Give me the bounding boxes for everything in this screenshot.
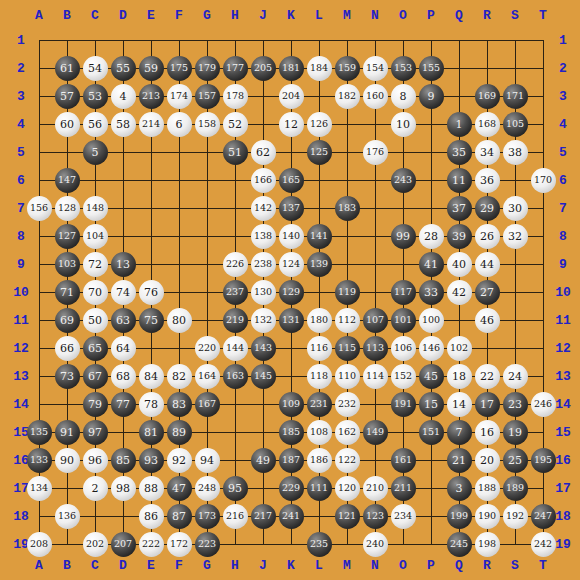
stone-B13[interactable]: 73 (55, 364, 80, 389)
stone-K17[interactable]: 229 (279, 476, 304, 501)
stone-O18[interactable]: 234 (391, 504, 416, 529)
stone-T18[interactable]: 247 (531, 504, 556, 529)
stone-L5[interactable]: 125 (307, 140, 332, 165)
stones-layer[interactable]: 6154555917517917720518118415915415315557… (25, 26, 557, 558)
stone-A16[interactable]: 133 (27, 448, 52, 473)
stone-L12[interactable]: 116 (307, 336, 332, 361)
stone-J9[interactable]: 238 (251, 252, 276, 277)
stone-K6[interactable]: 165 (279, 168, 304, 193)
stone-F3[interactable]: 174 (167, 84, 192, 109)
stone-F2[interactable]: 175 (167, 56, 192, 81)
stone-K11[interactable]: 131 (279, 308, 304, 333)
stone-O10[interactable]: 117 (391, 280, 416, 305)
stone-T6[interactable]: 170 (531, 168, 556, 193)
stone-F11[interactable]: 80 (167, 308, 192, 333)
stone-D19[interactable]: 207 (111, 532, 136, 557)
stone-N13[interactable]: 114 (363, 364, 388, 389)
stone-R8[interactable]: 26 (475, 224, 500, 249)
stone-K8[interactable]: 140 (279, 224, 304, 249)
stone-K4[interactable]: 12 (279, 112, 304, 137)
stone-L4[interactable]: 126 (307, 112, 332, 137)
stone-A17[interactable]: 134 (27, 476, 52, 501)
stone-C9[interactable]: 72 (83, 252, 108, 277)
stone-Q7[interactable]: 37 (447, 196, 472, 221)
stone-L9[interactable]: 139 (307, 252, 332, 277)
stone-O11[interactable]: 101 (391, 308, 416, 333)
stone-Q15[interactable]: 7 (447, 420, 472, 445)
stone-O4[interactable]: 10 (391, 112, 416, 137)
stone-R11[interactable]: 46 (475, 308, 500, 333)
stone-N5[interactable]: 176 (363, 140, 388, 165)
stone-A19[interactable]: 208 (27, 532, 52, 557)
column-label-A: A (25, 1, 53, 29)
stone-Q4[interactable]: 1 (447, 112, 472, 137)
stone-Q6[interactable]: 11 (447, 168, 472, 193)
stone-L2[interactable]: 184 (307, 56, 332, 81)
stone-S14[interactable]: 23 (503, 392, 528, 417)
stone-D3[interactable]: 4 (111, 84, 136, 109)
stone-C8[interactable]: 104 (83, 224, 108, 249)
stone-J5[interactable]: 62 (251, 140, 276, 165)
stone-C3[interactable]: 53 (83, 84, 108, 109)
stone-G2[interactable]: 179 (195, 56, 220, 81)
stone-L16[interactable]: 186 (307, 448, 332, 473)
go-board[interactable]: ABCDEFGHJKLMNOPQRST ABCDEFGHJKLMNOPQRST … (0, 0, 580, 580)
stone-J16[interactable]: 49 (251, 448, 276, 473)
stone-B10[interactable]: 71 (55, 280, 80, 305)
stone-B2[interactable]: 61 (55, 56, 80, 81)
stone-D16[interactable]: 85 (111, 448, 136, 473)
stone-R4[interactable]: 168 (475, 112, 500, 137)
stone-S8[interactable]: 32 (503, 224, 528, 249)
stone-L8[interactable]: 141 (307, 224, 332, 249)
stone-E15[interactable]: 81 (139, 420, 164, 445)
stone-C14[interactable]: 79 (83, 392, 108, 417)
stone-O3[interactable]: 8 (391, 84, 416, 109)
stone-Q13[interactable]: 18 (447, 364, 472, 389)
stone-E3[interactable]: 213 (139, 84, 164, 109)
column-label-L: L (305, 1, 333, 29)
stone-M13[interactable]: 110 (335, 364, 360, 389)
stone-P14[interactable]: 15 (419, 392, 444, 417)
stone-J18[interactable]: 217 (251, 504, 276, 529)
stone-P11[interactable]: 100 (419, 308, 444, 333)
stone-R10[interactable]: 27 (475, 280, 500, 305)
stone-J10[interactable]: 130 (251, 280, 276, 305)
stone-N19[interactable]: 240 (363, 532, 388, 557)
stone-N2[interactable]: 154 (363, 56, 388, 81)
stone-F16[interactable]: 92 (167, 448, 192, 473)
stone-H2[interactable]: 177 (223, 56, 248, 81)
stone-E13[interactable]: 84 (139, 364, 164, 389)
stone-D4[interactable]: 58 (111, 112, 136, 137)
stone-R5[interactable]: 34 (475, 140, 500, 165)
stone-H17[interactable]: 95 (223, 476, 248, 501)
column-label-E: E (137, 1, 165, 29)
stone-J2[interactable]: 205 (251, 56, 276, 81)
column-label-N: N (361, 1, 389, 29)
stone-Q12[interactable]: 102 (447, 336, 472, 361)
stone-C4[interactable]: 56 (83, 112, 108, 137)
stone-M11[interactable]: 112 (335, 308, 360, 333)
stone-D11[interactable]: 63 (111, 308, 136, 333)
stone-O8[interactable]: 99 (391, 224, 416, 249)
stone-K16[interactable]: 187 (279, 448, 304, 473)
stone-Q19[interactable]: 245 (447, 532, 472, 557)
column-label-R: R (473, 1, 501, 29)
column-label-T: T (529, 1, 557, 29)
stone-G12[interactable]: 220 (195, 336, 220, 361)
stone-P15[interactable]: 151 (419, 420, 444, 445)
stone-C2[interactable]: 54 (83, 56, 108, 81)
stone-F17[interactable]: 47 (167, 476, 192, 501)
stone-T19[interactable]: 242 (531, 532, 556, 557)
stone-R16[interactable]: 20 (475, 448, 500, 473)
stone-H4[interactable]: 52 (223, 112, 248, 137)
stone-G13[interactable]: 164 (195, 364, 220, 389)
stone-F14[interactable]: 83 (167, 392, 192, 417)
stone-J8[interactable]: 138 (251, 224, 276, 249)
stone-B11[interactable]: 69 (55, 308, 80, 333)
stone-E4[interactable]: 214 (139, 112, 164, 137)
column-label-F: F (165, 1, 193, 29)
column-label-J: J (249, 1, 277, 29)
stone-M12[interactable]: 115 (335, 336, 360, 361)
stone-E10[interactable]: 76 (139, 280, 164, 305)
stone-K3[interactable]: 204 (279, 84, 304, 109)
stone-P2[interactable]: 155 (419, 56, 444, 81)
stone-C7[interactable]: 148 (83, 196, 108, 221)
stone-O12[interactable]: 106 (391, 336, 416, 361)
stone-M7[interactable]: 183 (335, 196, 360, 221)
stone-A15[interactable]: 135 (27, 420, 52, 445)
stone-Q16[interactable]: 21 (447, 448, 472, 473)
stone-M10[interactable]: 119 (335, 280, 360, 305)
stone-R9[interactable]: 44 (475, 252, 500, 277)
stone-D12[interactable]: 64 (111, 336, 136, 361)
stone-G19[interactable]: 223 (195, 532, 220, 557)
stone-M15[interactable]: 162 (335, 420, 360, 445)
stone-K7[interactable]: 137 (279, 196, 304, 221)
stone-C11[interactable]: 50 (83, 308, 108, 333)
stone-Q8[interactable]: 39 (447, 224, 472, 249)
stone-K18[interactable]: 241 (279, 504, 304, 529)
stone-H9[interactable]: 226 (223, 252, 248, 277)
stone-O14[interactable]: 191 (391, 392, 416, 417)
stone-Q18[interactable]: 199 (447, 504, 472, 529)
stone-J13[interactable]: 145 (251, 364, 276, 389)
column-label-O: O (389, 1, 417, 29)
stone-B4[interactable]: 60 (55, 112, 80, 137)
stone-K9[interactable]: 124 (279, 252, 304, 277)
stone-R14[interactable]: 17 (475, 392, 500, 417)
column-label-B: B (53, 1, 81, 29)
stone-D9[interactable]: 13 (111, 252, 136, 277)
stone-O13[interactable]: 152 (391, 364, 416, 389)
stone-D2[interactable]: 55 (111, 56, 136, 81)
stone-D14[interactable]: 77 (111, 392, 136, 417)
stone-M3[interactable]: 182 (335, 84, 360, 109)
stone-S13[interactable]: 24 (503, 364, 528, 389)
stone-C17[interactable]: 2 (83, 476, 108, 501)
stone-R18[interactable]: 190 (475, 504, 500, 529)
stone-N15[interactable]: 149 (363, 420, 388, 445)
stone-H11[interactable]: 219 (223, 308, 248, 333)
stone-E18[interactable]: 86 (139, 504, 164, 529)
stone-J12[interactable]: 143 (251, 336, 276, 361)
stone-G17[interactable]: 248 (195, 476, 220, 501)
stone-N3[interactable]: 160 (363, 84, 388, 109)
stone-G4[interactable]: 158 (195, 112, 220, 137)
stone-S18[interactable]: 192 (503, 504, 528, 529)
stone-N17[interactable]: 210 (363, 476, 388, 501)
column-label-M: M (333, 1, 361, 29)
stone-Q14[interactable]: 14 (447, 392, 472, 417)
stone-J6[interactable]: 166 (251, 168, 276, 193)
stone-D10[interactable]: 74 (111, 280, 136, 305)
stone-C16[interactable]: 96 (83, 448, 108, 473)
stone-K2[interactable]: 181 (279, 56, 304, 81)
column-label-Q: Q (445, 1, 473, 29)
stone-R7[interactable]: 29 (475, 196, 500, 221)
stone-L15[interactable]: 108 (307, 420, 332, 445)
stone-T16[interactable]: 195 (531, 448, 556, 473)
stone-R13[interactable]: 22 (475, 364, 500, 389)
stone-O6[interactable]: 243 (391, 168, 416, 193)
stone-C12[interactable]: 65 (83, 336, 108, 361)
stone-Q5[interactable]: 35 (447, 140, 472, 165)
stone-C10[interactable]: 70 (83, 280, 108, 305)
stone-H12[interactable]: 144 (223, 336, 248, 361)
stone-D13[interactable]: 68 (111, 364, 136, 389)
stone-C13[interactable]: 67 (83, 364, 108, 389)
stone-K15[interactable]: 185 (279, 420, 304, 445)
stone-E2[interactable]: 59 (139, 56, 164, 81)
stone-N11[interactable]: 107 (363, 308, 388, 333)
stone-P9[interactable]: 41 (419, 252, 444, 277)
stone-H3[interactable]: 178 (223, 84, 248, 109)
stone-N18[interactable]: 123 (363, 504, 388, 529)
column-label-C: C (81, 1, 109, 29)
stone-B3[interactable]: 57 (55, 84, 80, 109)
stone-R17[interactable]: 188 (475, 476, 500, 501)
column-label-P: P (417, 1, 445, 29)
stone-E19[interactable]: 222 (139, 532, 164, 557)
stone-B9[interactable]: 103 (55, 252, 80, 277)
stone-H5[interactable]: 51 (223, 140, 248, 165)
stone-F18[interactable]: 87 (167, 504, 192, 529)
stone-B8[interactable]: 127 (55, 224, 80, 249)
stone-F4[interactable]: 6 (167, 112, 192, 137)
stone-R15[interactable]: 16 (475, 420, 500, 445)
stone-P12[interactable]: 146 (419, 336, 444, 361)
stone-G18[interactable]: 173 (195, 504, 220, 529)
stone-S5[interactable]: 38 (503, 140, 528, 165)
stone-C15[interactable]: 97 (83, 420, 108, 445)
stone-P13[interactable]: 45 (419, 364, 444, 389)
stone-P8[interactable]: 28 (419, 224, 444, 249)
stone-L17[interactable]: 111 (307, 476, 332, 501)
stone-M18[interactable]: 121 (335, 504, 360, 529)
stone-D17[interactable]: 98 (111, 476, 136, 501)
stone-J7[interactable]: 142 (251, 196, 276, 221)
stone-P10[interactable]: 33 (419, 280, 444, 305)
stone-B6[interactable]: 147 (55, 168, 80, 193)
stone-S3[interactable]: 171 (503, 84, 528, 109)
stone-B16[interactable]: 90 (55, 448, 80, 473)
stone-E17[interactable]: 88 (139, 476, 164, 501)
stone-G3[interactable]: 157 (195, 84, 220, 109)
stone-R3[interactable]: 169 (475, 84, 500, 109)
stone-Q10[interactable]: 42 (447, 280, 472, 305)
stone-E14[interactable]: 78 (139, 392, 164, 417)
stone-B7[interactable]: 128 (55, 196, 80, 221)
stone-H10[interactable]: 237 (223, 280, 248, 305)
stone-Q9[interactable]: 40 (447, 252, 472, 277)
stone-F13[interactable]: 82 (167, 364, 192, 389)
stone-R6[interactable]: 36 (475, 168, 500, 193)
stone-C19[interactable]: 202 (83, 532, 108, 557)
stone-L13[interactable]: 118 (307, 364, 332, 389)
stone-O2[interactable]: 153 (391, 56, 416, 81)
stone-S16[interactable]: 25 (503, 448, 528, 473)
stone-N12[interactable]: 113 (363, 336, 388, 361)
stone-P3[interactable]: 9 (419, 84, 444, 109)
stone-S17[interactable]: 189 (503, 476, 528, 501)
stone-L19[interactable]: 235 (307, 532, 332, 557)
stone-G16[interactable]: 94 (195, 448, 220, 473)
column-label-S: S (501, 1, 529, 29)
stone-G14[interactable]: 167 (195, 392, 220, 417)
stone-B18[interactable]: 136 (55, 504, 80, 529)
stone-T14[interactable]: 246 (531, 392, 556, 417)
stone-S7[interactable]: 30 (503, 196, 528, 221)
stone-O16[interactable]: 161 (391, 448, 416, 473)
stone-J11[interactable]: 132 (251, 308, 276, 333)
stone-L14[interactable]: 231 (307, 392, 332, 417)
stone-S15[interactable]: 19 (503, 420, 528, 445)
stone-H13[interactable]: 163 (223, 364, 248, 389)
stone-M17[interactable]: 120 (335, 476, 360, 501)
column-label-K: K (277, 1, 305, 29)
stone-C5[interactable]: 5 (83, 140, 108, 165)
stone-A7[interactable]: 156 (27, 196, 52, 221)
stone-E11[interactable]: 75 (139, 308, 164, 333)
stone-F15[interactable]: 89 (167, 420, 192, 445)
stone-Q17[interactable]: 3 (447, 476, 472, 501)
stone-E16[interactable]: 93 (139, 448, 164, 473)
stone-B12[interactable]: 66 (55, 336, 80, 361)
column-label-G: G (193, 1, 221, 29)
column-label-H: H (221, 1, 249, 29)
stone-M2[interactable]: 159 (335, 56, 360, 81)
stone-K10[interactable]: 129 (279, 280, 304, 305)
stone-H18[interactable]: 216 (223, 504, 248, 529)
stone-M16[interactable]: 122 (335, 448, 360, 473)
stone-F19[interactable]: 172 (167, 532, 192, 557)
stone-L11[interactable]: 180 (307, 308, 332, 333)
stone-S4[interactable]: 105 (503, 112, 528, 137)
stone-M14[interactable]: 232 (335, 392, 360, 417)
column-label-D: D (109, 1, 137, 29)
stone-B15[interactable]: 91 (55, 420, 80, 445)
stone-R19[interactable]: 198 (475, 532, 500, 557)
stone-K14[interactable]: 109 (279, 392, 304, 417)
column-labels-top: ABCDEFGHJKLMNOPQRST (25, 1, 557, 29)
stone-O17[interactable]: 211 (391, 476, 416, 501)
